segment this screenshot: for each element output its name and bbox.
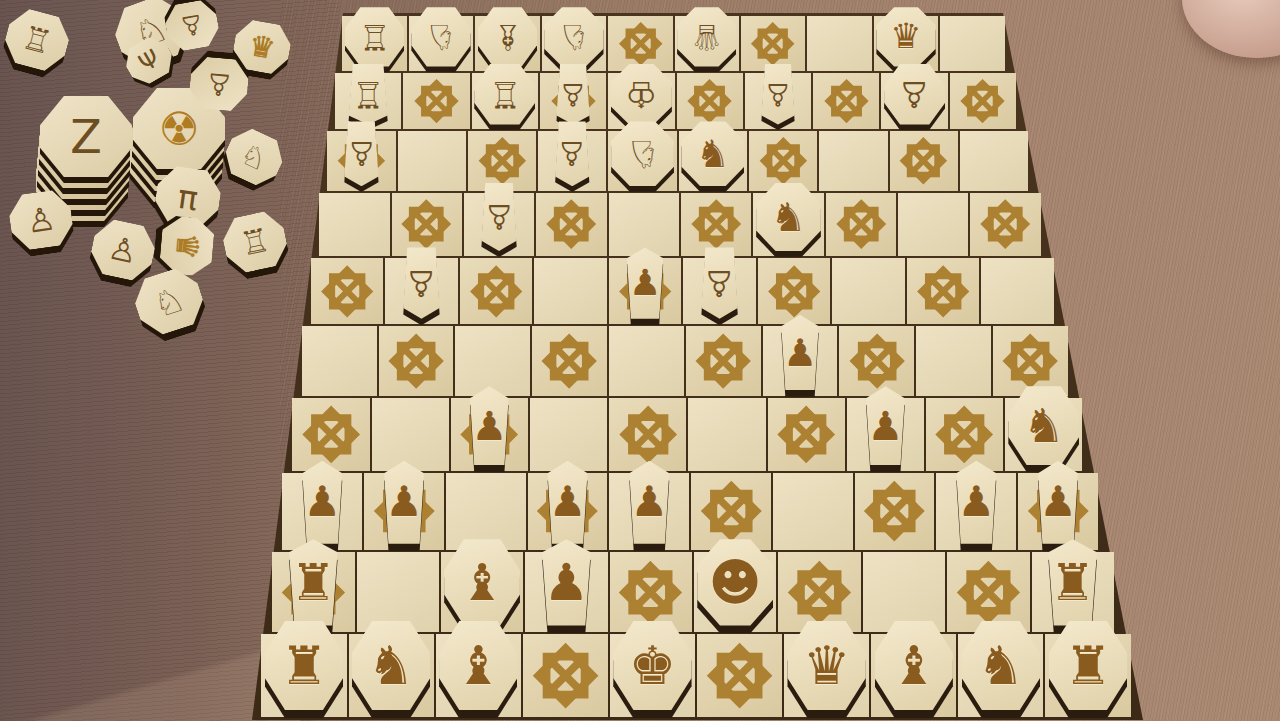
board-rank-8: ♙♙♘♞ bbox=[326, 130, 1029, 192]
board-rank-3: ♟♟♟♟♟♟ bbox=[281, 472, 1098, 551]
square-h9[interactable] bbox=[813, 73, 879, 129]
square-j8[interactable] bbox=[960, 131, 1028, 191]
square-c4[interactable]: ♟ bbox=[451, 398, 528, 471]
white-knight-b1[interactable]: ♞ bbox=[352, 621, 430, 711]
photo-wooden-chess-variant: { "game": "Chess variant on a laser-cut … bbox=[0, 0, 1280, 721]
square-e1[interactable]: ♚ bbox=[610, 634, 695, 717]
white-pawn-d3[interactable]: ♟ bbox=[536, 461, 598, 544]
black-cup-pawn-icon: ♙ bbox=[764, 79, 792, 110]
black-cup-pawn-f6[interactable]: ♙ bbox=[691, 247, 748, 318]
square-g1[interactable]: ♛ bbox=[784, 634, 869, 717]
black-squirrel-e8[interactable]: ♘ bbox=[611, 121, 674, 186]
square-e6[interactable]: ♟ bbox=[609, 258, 682, 324]
black-turret-cross-icon: ♖ bbox=[489, 76, 521, 112]
white-pawn-icon: ♟ bbox=[549, 481, 587, 523]
white-lady-figure-icon: ♟ bbox=[544, 557, 590, 608]
white-bishop-orb-c2[interactable]: ♝ bbox=[444, 539, 520, 625]
white-pawn-e3[interactable]: ♟ bbox=[618, 461, 680, 544]
square-e3[interactable]: ♟ bbox=[609, 473, 689, 550]
square-g5[interactable]: ♟ bbox=[763, 326, 838, 396]
white-bishop-orb-icon: ♝ bbox=[459, 557, 505, 608]
cup-pawn-token[interactable]: ♙ bbox=[6, 188, 75, 252]
board-rank-5: ♟ bbox=[301, 325, 1069, 397]
white-rook-a1[interactable]: ♜ bbox=[265, 621, 343, 711]
white-pawn-icon: ♟ bbox=[1039, 481, 1077, 523]
square-g4[interactable] bbox=[768, 398, 845, 471]
square-f5[interactable] bbox=[686, 326, 761, 396]
white-rook-icon: ♜ bbox=[1064, 639, 1112, 692]
white-crowned-rook-icon: ♛ bbox=[890, 19, 921, 54]
white-rook-j1[interactable]: ♜ bbox=[1049, 621, 1127, 711]
black-cauldron-bird-icon: ♘ bbox=[558, 19, 589, 54]
white-bishop-icon: ♝ bbox=[454, 639, 502, 692]
white-jester-icon: ☻ bbox=[709, 557, 762, 608]
cup-token-icon: ♙ bbox=[178, 10, 207, 41]
white-king-e1[interactable]: ♚ bbox=[613, 621, 691, 711]
white-queen-g1[interactable]: ♛ bbox=[787, 621, 865, 711]
white-king-icon: ♚ bbox=[629, 639, 677, 692]
square-d8[interactable]: ♙ bbox=[538, 131, 606, 191]
white-rook-with-cross-icon: ♜ bbox=[290, 557, 336, 608]
cup-token[interactable]: ♙ bbox=[162, 0, 221, 53]
square-b5[interactable] bbox=[379, 326, 454, 396]
square-g7[interactable]: ♞ bbox=[753, 193, 823, 256]
rooster-token-icon: ♘ bbox=[149, 281, 188, 323]
square-a7[interactable] bbox=[319, 193, 389, 256]
square-j1[interactable]: ♜ bbox=[1045, 634, 1130, 717]
black-cup-pawn-d8[interactable]: ♙ bbox=[546, 121, 599, 186]
white-eagle-head-f8[interactable]: ♞ bbox=[681, 121, 744, 186]
white-knight-icon: ♞ bbox=[367, 639, 415, 692]
square-g3[interactable] bbox=[773, 473, 853, 550]
board-rank-9: ♖♖♙♔♙♙ bbox=[334, 72, 1017, 130]
white-bishop-h1[interactable]: ♝ bbox=[875, 621, 953, 711]
white-pawn-e6[interactable]: ♟ bbox=[617, 247, 674, 318]
white-rook-with-cross-2-j2[interactable]: ♜ bbox=[1035, 539, 1111, 625]
white-rook-with-cross-a2[interactable]: ♜ bbox=[275, 539, 351, 625]
column-token-2[interactable]: ♖ bbox=[219, 208, 291, 276]
square-i3[interactable]: ♟ bbox=[936, 473, 1016, 550]
board-rank-6: ♙♟♙ bbox=[310, 257, 1055, 325]
square-h7[interactable] bbox=[826, 193, 896, 256]
black-cup-pawn-d9[interactable]: ♙ bbox=[547, 64, 599, 124]
white-eagle-head-icon: ♞ bbox=[696, 135, 730, 173]
white-pawn-a3[interactable]: ♟ bbox=[291, 461, 353, 544]
black-bishop-icon: ♗ bbox=[492, 19, 523, 54]
white-pawn-icon: ♟ bbox=[303, 481, 341, 523]
black-cup-pawn-a8[interactable]: ♙ bbox=[335, 121, 388, 186]
square-d2[interactable]: ♟ bbox=[525, 552, 607, 632]
black-bird-knight-b10[interactable]: ♘ bbox=[411, 7, 470, 66]
white-lady-figure-d2[interactable]: ♟ bbox=[529, 539, 605, 625]
gloves-token-icon: ♙ bbox=[106, 231, 141, 268]
black-throne-king-icon: ♔ bbox=[625, 76, 657, 112]
square-i10[interactable]: ♛ bbox=[874, 16, 938, 71]
square-a6[interactable] bbox=[311, 258, 384, 324]
square-h4[interactable]: ♟ bbox=[847, 398, 924, 471]
black-cup-pawn-icon: ♙ bbox=[405, 265, 437, 301]
square-d7[interactable] bbox=[536, 193, 606, 256]
bull-cup-token-icon: ♙ bbox=[204, 68, 233, 100]
square-e8[interactable]: ♘ bbox=[608, 131, 676, 191]
square-a1[interactable]: ♜ bbox=[261, 634, 346, 717]
white-rat-icon: ♞ bbox=[1023, 402, 1065, 449]
column-token-2-icon: ♖ bbox=[238, 223, 273, 260]
black-throne-king-e9[interactable]: ♔ bbox=[611, 64, 672, 124]
square-i8[interactable] bbox=[890, 131, 958, 191]
cup-pawn-token-icon: ♙ bbox=[25, 202, 58, 238]
white-jester-f2[interactable]: ☻ bbox=[697, 539, 773, 625]
square-d6[interactable] bbox=[534, 258, 607, 324]
white-pawn-c4[interactable]: ♟ bbox=[459, 386, 519, 465]
white-pawn-j3[interactable]: ♟ bbox=[1027, 461, 1089, 544]
torii-token-icon: π bbox=[176, 179, 200, 214]
square-h3[interactable] bbox=[855, 473, 935, 550]
square-b9[interactable] bbox=[403, 73, 469, 129]
square-j9[interactable] bbox=[950, 73, 1016, 129]
white-rook-icon: ♜ bbox=[280, 639, 328, 692]
column-token-icon: ♖ bbox=[19, 21, 55, 59]
white-pawn-icon: ♟ bbox=[783, 334, 817, 372]
square-a10[interactable]: ♖ bbox=[342, 16, 406, 71]
white-pawn-i3[interactable]: ♟ bbox=[945, 461, 1007, 544]
white-pawn-icon: ♟ bbox=[471, 406, 507, 446]
black-gyroscope-i9[interactable]: ♙ bbox=[884, 64, 945, 124]
black-cup-pawn-icon: ♙ bbox=[703, 265, 735, 301]
white-rat-j4[interactable]: ♞ bbox=[1008, 386, 1079, 465]
black-cup-pawn-icon: ♙ bbox=[559, 79, 587, 110]
white-queen-icon: ♛ bbox=[803, 639, 851, 692]
white-knight-i1[interactable]: ♞ bbox=[962, 621, 1040, 711]
white-bishop-icon: ♝ bbox=[890, 639, 938, 692]
black-cup-pawn-icon: ♙ bbox=[347, 137, 377, 170]
black-cup-pawn-b6[interactable]: ♙ bbox=[393, 247, 450, 318]
square-j7[interactable] bbox=[970, 193, 1040, 256]
square-c1[interactable]: ♝ bbox=[436, 634, 521, 717]
square-h10[interactable] bbox=[807, 16, 871, 71]
gloves-token[interactable]: ♙ bbox=[87, 216, 159, 284]
white-rook-with-cross-2-icon: ♜ bbox=[1050, 557, 1096, 608]
square-b8[interactable] bbox=[398, 131, 466, 191]
black-cup-pawn-c7[interactable]: ♙ bbox=[472, 183, 527, 251]
square-a5[interactable] bbox=[302, 326, 377, 396]
black-cauldron-bird-d10[interactable]: ♘ bbox=[544, 7, 603, 66]
square-f8[interactable]: ♞ bbox=[679, 131, 747, 191]
square-d5[interactable] bbox=[532, 326, 607, 396]
square-d10[interactable]: ♘ bbox=[542, 16, 606, 71]
black-rook-icon: ♖ bbox=[359, 19, 390, 54]
square-g9[interactable]: ♙ bbox=[745, 73, 811, 129]
black-torii-banner-icon: ♖ bbox=[352, 76, 384, 112]
square-i9[interactable]: ♙ bbox=[881, 73, 947, 129]
stack-nuke-token-icon: ☢ bbox=[158, 106, 199, 152]
white-crowned-knight-icon: ♞ bbox=[771, 197, 807, 237]
black-squirrel-icon: ♘ bbox=[626, 135, 660, 173]
square-h1[interactable]: ♝ bbox=[871, 634, 956, 717]
white-pawn-icon: ♟ bbox=[957, 481, 995, 523]
square-i6[interactable] bbox=[907, 258, 980, 324]
white-pawn-b3[interactable]: ♟ bbox=[373, 461, 435, 544]
bells-token-icon: ♛ bbox=[247, 30, 278, 63]
stack-zebra-token-icon: Z bbox=[70, 114, 102, 160]
black-cup-pawn-g9[interactable]: ♙ bbox=[752, 64, 804, 124]
square-i7[interactable] bbox=[898, 193, 968, 256]
square-j10[interactable] bbox=[940, 16, 1004, 71]
black-orb-queen-icon: ♕ bbox=[691, 19, 722, 54]
square-c10[interactable]: ♗ bbox=[475, 16, 539, 71]
black-bird-knight-icon: ♘ bbox=[425, 19, 456, 54]
square-e10[interactable] bbox=[608, 16, 672, 71]
square-d1[interactable] bbox=[523, 634, 608, 717]
black-gyroscope-icon: ♙ bbox=[898, 76, 930, 112]
square-b3[interactable]: ♟ bbox=[364, 473, 444, 550]
square-f1[interactable] bbox=[697, 634, 782, 717]
square-h8[interactable] bbox=[819, 131, 887, 191]
square-i5[interactable] bbox=[916, 326, 991, 396]
white-pawn-h4[interactable]: ♟ bbox=[855, 386, 915, 465]
square-c9[interactable]: ♖ bbox=[472, 73, 538, 129]
white-crowned-knight-g7[interactable]: ♞ bbox=[756, 183, 821, 251]
white-pawn-icon: ♟ bbox=[385, 481, 423, 523]
white-pawn-g5[interactable]: ♟ bbox=[771, 315, 830, 391]
square-e5[interactable] bbox=[609, 326, 684, 396]
white-pawn-icon: ♟ bbox=[629, 265, 661, 301]
claw-token-icon: Ψ bbox=[135, 45, 163, 75]
white-pawn-icon: ♟ bbox=[867, 406, 903, 446]
square-i1[interactable]: ♞ bbox=[958, 634, 1043, 717]
white-pawn-icon: ♟ bbox=[630, 481, 668, 523]
square-f6[interactable]: ♙ bbox=[683, 258, 756, 324]
square-b10[interactable]: ♘ bbox=[409, 16, 473, 71]
black-cup-pawn-icon: ♙ bbox=[484, 200, 514, 234]
white-knight-icon: ♞ bbox=[977, 639, 1025, 692]
white-crowned-rook-i10[interactable]: ♛ bbox=[876, 7, 935, 66]
black-orb-queen-f10[interactable]: ♕ bbox=[677, 7, 736, 66]
square-f10[interactable]: ♕ bbox=[675, 16, 739, 71]
rabbit-token-icon: ♘ bbox=[236, 138, 272, 175]
black-cup-pawn-icon: ♙ bbox=[557, 137, 587, 170]
square-b1[interactable]: ♞ bbox=[349, 634, 434, 717]
black-rook-a10[interactable]: ♖ bbox=[345, 7, 404, 66]
square-b6[interactable]: ♙ bbox=[385, 258, 458, 324]
square-c6[interactable] bbox=[460, 258, 533, 324]
square-h6[interactable] bbox=[832, 258, 905, 324]
black-bishop-c10[interactable]: ♗ bbox=[478, 7, 537, 66]
gold-crown-token-icon: ♛ bbox=[171, 231, 203, 260]
square-g10[interactable] bbox=[741, 16, 805, 71]
square-f2[interactable]: ☻ bbox=[694, 552, 776, 632]
board-rank-1: ♜♞♝♚♛♝♞♜ bbox=[260, 633, 1131, 718]
black-turret-cross-c9[interactable]: ♖ bbox=[474, 64, 535, 124]
square-c7[interactable]: ♙ bbox=[464, 193, 534, 256]
black-torii-banner-a9[interactable]: ♖ bbox=[338, 64, 399, 124]
square-f4[interactable] bbox=[688, 398, 765, 471]
square-j6[interactable] bbox=[981, 258, 1054, 324]
square-a8[interactable]: ♙ bbox=[327, 131, 395, 191]
white-bishop-c1[interactable]: ♝ bbox=[439, 621, 517, 711]
bull-cup-token[interactable]: ♙ bbox=[188, 56, 250, 113]
